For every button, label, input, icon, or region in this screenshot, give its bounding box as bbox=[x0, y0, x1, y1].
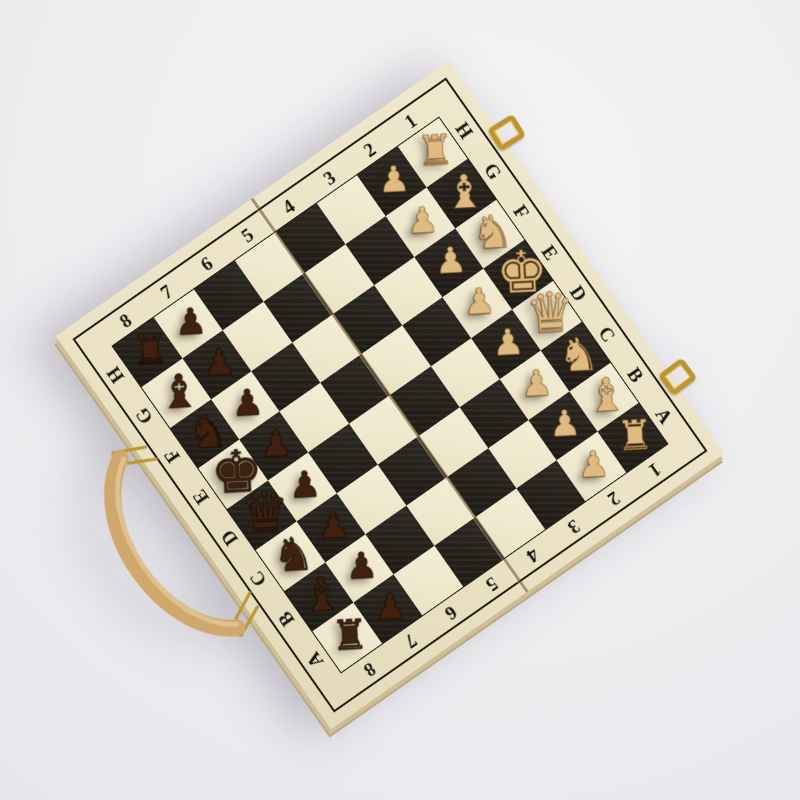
black-pawn-h7[interactable]: ♟ bbox=[174, 303, 208, 341]
rank-label-left-4: 4 bbox=[279, 196, 298, 217]
product-photo-scene: ♜♝♞♚♛♞♝♜♟♟♟♟♟♟♟♟♟♟♟♟♟♟♟♟♜♝♞♚♛♞♝♜ HGFEDCB… bbox=[0, 0, 800, 800]
rank-label-right-4: 4 bbox=[523, 545, 542, 566]
black-pawn-d7[interactable]: ♟ bbox=[288, 466, 322, 504]
file-label-top-g: G bbox=[481, 159, 505, 182]
file-label-bottom-d: D bbox=[218, 526, 241, 548]
file-label-bottom-c: C bbox=[247, 567, 270, 589]
black-pawn-e7[interactable]: ♟ bbox=[259, 425, 293, 463]
file-label-top-f: F bbox=[511, 201, 533, 221]
file-label-bottom-g: G bbox=[132, 404, 156, 427]
rank-label-left-5: 5 bbox=[238, 224, 257, 245]
rank-label-right-3: 3 bbox=[564, 516, 583, 537]
white-pawn-b2[interactable]: ♟ bbox=[549, 405, 583, 443]
white-pawn-d2[interactable]: ♟ bbox=[491, 324, 525, 362]
file-label-top-b: B bbox=[624, 364, 647, 385]
white-pawn-h2[interactable]: ♟ bbox=[377, 161, 411, 199]
file-label-bottom-f: F bbox=[162, 446, 184, 466]
white-pawn-a2[interactable]: ♟ bbox=[577, 446, 611, 484]
file-label-bottom-a: A bbox=[304, 649, 327, 671]
black-pawn-a7[interactable]: ♟ bbox=[373, 589, 407, 627]
white-pawn-g2[interactable]: ♟ bbox=[406, 201, 440, 239]
file-label-top-c: C bbox=[596, 323, 619, 345]
white-pawn-f2[interactable]: ♟ bbox=[434, 242, 468, 280]
rank-label-left-7: 7 bbox=[157, 281, 176, 302]
black-pawn-c7[interactable]: ♟ bbox=[316, 507, 350, 545]
rank-label-left-3: 3 bbox=[320, 167, 339, 188]
file-label-bottom-e: E bbox=[190, 486, 213, 507]
rank-label-left-6: 6 bbox=[197, 253, 216, 274]
black-pawn-f7[interactable]: ♟ bbox=[231, 385, 265, 423]
rank-label-right-6: 6 bbox=[442, 602, 461, 623]
black-pawn-b7[interactable]: ♟ bbox=[345, 548, 379, 586]
file-label-bottom-h: H bbox=[104, 363, 128, 386]
file-label-top-h: H bbox=[453, 119, 477, 142]
chess-board-assembly: ♜♝♞♚♛♞♝♜♟♟♟♟♟♟♟♟♟♟♟♟♟♟♟♟♜♝♞♚♛♞♝♜ HGFEDCB… bbox=[56, 61, 725, 730]
rank-label-right-7: 7 bbox=[401, 630, 420, 651]
white-pawn-e2[interactable]: ♟ bbox=[463, 283, 497, 321]
black-rook-a8[interactable]: ♜ bbox=[330, 614, 369, 657]
rank-label-right-2: 2 bbox=[605, 488, 624, 509]
rank-label-right-8: 8 bbox=[360, 659, 379, 680]
rank-label-right-5: 5 bbox=[482, 573, 501, 594]
white-pawn-c2[interactable]: ♟ bbox=[520, 364, 554, 402]
rank-label-left-2: 2 bbox=[360, 139, 379, 160]
file-label-bottom-b: B bbox=[275, 608, 298, 629]
file-label-top-a: A bbox=[653, 404, 676, 426]
black-pawn-g7[interactable]: ♟ bbox=[202, 344, 236, 382]
white-rook-a1[interactable]: ♜ bbox=[616, 414, 655, 457]
rank-label-right-1: 1 bbox=[645, 459, 664, 480]
